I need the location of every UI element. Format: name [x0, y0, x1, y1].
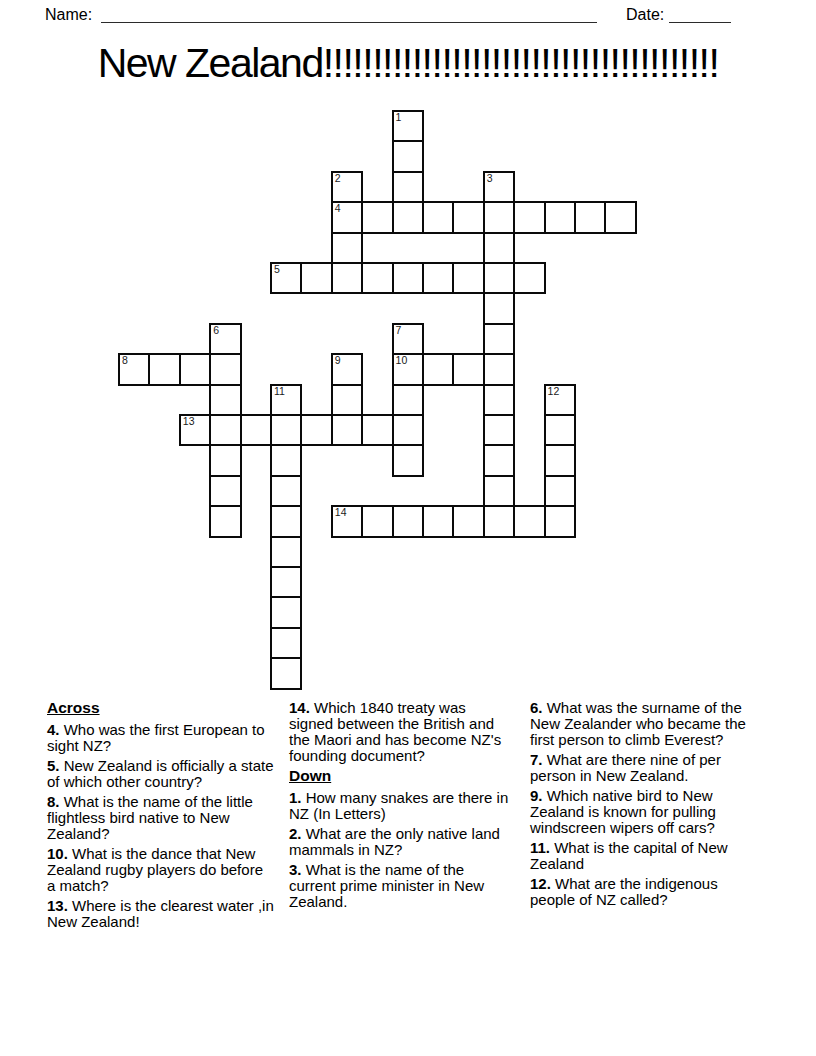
clue-across-14: 14. Which 1840 treaty was signed between… — [289, 700, 510, 764]
clue-number: 12 — [548, 386, 560, 397]
crossword-cell[interactable] — [483, 262, 515, 294]
clue-number: 9 — [335, 355, 341, 366]
clue-down-11: 11. What is the capital of New Zealand — [530, 840, 750, 872]
crossword-cell[interactable] — [483, 323, 515, 355]
clue-down-7: 7. What are there nine of per person in … — [530, 752, 750, 784]
crossword-cell[interactable] — [361, 414, 393, 446]
crossword-cell[interactable] — [392, 262, 424, 294]
clue-across-8: 8. What is the name of the little flight… — [47, 794, 275, 842]
crossword-cell[interactable] — [544, 475, 576, 507]
date-label: Date: — [626, 6, 664, 24]
crossword-cell[interactable] — [483, 505, 515, 537]
crossword-cell[interactable] — [483, 353, 515, 385]
clues-column-3: 6. What was the surname of the New Zeala… — [530, 700, 750, 912]
name-field[interactable] — [101, 21, 597, 23]
date-field[interactable] — [669, 21, 731, 23]
crossword-cell[interactable] — [331, 384, 363, 416]
clues-column-1: Across4. Who was the first European to s… — [47, 700, 275, 934]
crossword-cell-14[interactable]: 14 — [331, 505, 363, 537]
crossword-cell[interactable] — [422, 201, 454, 233]
crossword-cell[interactable] — [544, 444, 576, 476]
crossword-cell[interactable] — [604, 201, 636, 233]
crossword-cell-11[interactable]: 11 — [270, 384, 302, 416]
down-heading: Down — [289, 768, 510, 784]
across-heading: Across — [47, 700, 275, 716]
crossword-cell[interactable] — [240, 414, 272, 446]
crossword-cell[interactable] — [361, 262, 393, 294]
crossword-cell[interactable] — [270, 566, 302, 598]
clue-number: 14 — [335, 507, 347, 518]
clue-down-9: 9. Which native bird to New Zealand is k… — [530, 788, 750, 836]
crossword-cell[interactable] — [392, 444, 424, 476]
crossword-cell[interactable] — [270, 536, 302, 568]
crossword-cell[interactable] — [392, 414, 424, 446]
crossword-cell[interactable] — [392, 201, 424, 233]
crossword-cell[interactable] — [483, 444, 515, 476]
crossword-cell[interactable] — [209, 353, 241, 385]
crossword-cell[interactable] — [270, 414, 302, 446]
crossword-cell-9[interactable]: 9 — [331, 353, 363, 385]
crossword-cell[interactable] — [483, 475, 515, 507]
clue-down-6: 6. What was the surname of the New Zeala… — [530, 700, 750, 748]
crossword-cell[interactable] — [270, 444, 302, 476]
crossword-cell[interactable] — [483, 414, 515, 446]
clue-across-5: 5. New Zealand is officially a state of … — [47, 758, 275, 790]
name-label: Name: — [45, 6, 92, 24]
crossword-cell[interactable] — [392, 384, 424, 416]
crossword-cell[interactable] — [513, 262, 545, 294]
crossword-cell[interactable] — [209, 384, 241, 416]
crossword-cell-8[interactable]: 8 — [118, 353, 150, 385]
crossword-cell[interactable] — [544, 201, 576, 233]
crossword-cell[interactable] — [452, 353, 484, 385]
crossword-cell[interactable] — [361, 505, 393, 537]
clues-column-2: 14. Which 1840 treaty was signed between… — [289, 700, 510, 914]
crossword-cell[interactable] — [209, 444, 241, 476]
crossword-cell[interactable] — [331, 414, 363, 446]
crossword-cell[interactable] — [270, 596, 302, 628]
crossword-cell[interactable] — [270, 475, 302, 507]
crossword-cell[interactable] — [392, 505, 424, 537]
crossword-cell[interactable] — [483, 232, 515, 264]
clue-across-4: 4. Who was the first European to sight N… — [47, 722, 275, 754]
crossword-cell[interactable] — [544, 505, 576, 537]
crossword-cell[interactable] — [300, 262, 332, 294]
crossword-cell-2[interactable]: 2 — [331, 171, 363, 203]
crossword-cell[interactable] — [422, 505, 454, 537]
crossword-cell[interactable] — [574, 201, 606, 233]
crossword-cell-7[interactable]: 7 — [392, 323, 424, 355]
crossword-cell[interactable] — [544, 414, 576, 446]
crossword-cell[interactable] — [331, 262, 363, 294]
page-title: New Zealand!!!!!!!!!!!!!!!!!!!!!!!!!!!!!… — [0, 40, 816, 87]
crossword-cell-13[interactable]: 13 — [179, 414, 211, 446]
clue-number: 3 — [487, 173, 493, 184]
crossword-cell[interactable] — [392, 171, 424, 203]
clue-number: 7 — [396, 325, 402, 336]
crossword-cell[interactable] — [270, 657, 302, 689]
clue-number: 13 — [183, 416, 195, 427]
crossword-cell[interactable] — [422, 353, 454, 385]
crossword-board: 1234567891011121314 — [118, 110, 638, 690]
crossword-cell[interactable] — [452, 505, 484, 537]
clue-down-2: 2. What are the only native land mammals… — [289, 826, 510, 858]
clue-across-13: 13. Where is the clearest water ,in New … — [47, 898, 275, 930]
crossword-cell[interactable] — [179, 353, 211, 385]
crossword-cell-4[interactable]: 4 — [331, 201, 363, 233]
crossword-cell[interactable] — [209, 505, 241, 537]
crossword-cell-5[interactable]: 5 — [270, 262, 302, 294]
crossword-cell[interactable] — [452, 201, 484, 233]
crossword-cell[interactable] — [483, 201, 515, 233]
clue-number: 5 — [274, 264, 280, 275]
clue-down-12: 12. What are the indigenous people of NZ… — [530, 876, 750, 908]
clue-number: 10 — [396, 355, 408, 366]
crossword-cell[interactable] — [483, 292, 515, 324]
crossword-cell[interactable] — [331, 232, 363, 264]
crossword-cell[interactable] — [209, 414, 241, 446]
crossword-cell-3[interactable]: 3 — [483, 171, 515, 203]
crossword-cell[interactable] — [361, 201, 393, 233]
clue-number: 1 — [396, 112, 402, 123]
clue-number: 2 — [335, 173, 341, 184]
crossword-cell-12[interactable]: 12 — [544, 384, 576, 416]
crossword-cell[interactable] — [148, 353, 180, 385]
clue-across-10: 10. What is the dance that New Zealand r… — [47, 846, 275, 894]
crossword-cell[interactable] — [270, 505, 302, 537]
crossword-cell[interactable] — [209, 475, 241, 507]
crossword-cell[interactable] — [483, 384, 515, 416]
clue-number: 4 — [335, 203, 341, 214]
crossword-cell[interactable] — [270, 627, 302, 659]
crossword-cell[interactable] — [513, 505, 545, 537]
crossword-cell[interactable] — [300, 414, 332, 446]
crossword-cell[interactable] — [452, 262, 484, 294]
crossword-cell[interactable] — [392, 140, 424, 172]
crossword-cell-6[interactable]: 6 — [209, 323, 241, 355]
clue-down-1: 1. How many snakes are there in NZ (In L… — [289, 790, 510, 822]
clue-number: 8 — [122, 355, 128, 366]
crossword-cell[interactable] — [513, 201, 545, 233]
clue-number: 11 — [274, 386, 285, 397]
crossword-cell-10[interactable]: 10 — [392, 353, 424, 385]
clue-number: 6 — [213, 325, 219, 336]
clue-down-3: 3. What is the name of the current prime… — [289, 862, 510, 910]
worksheet-page: Name: Date: New Zealand!!!!!!!!!!!!!!!!!… — [0, 0, 816, 1056]
crossword-cell-1[interactable]: 1 — [392, 110, 424, 142]
crossword-cell[interactable] — [422, 262, 454, 294]
